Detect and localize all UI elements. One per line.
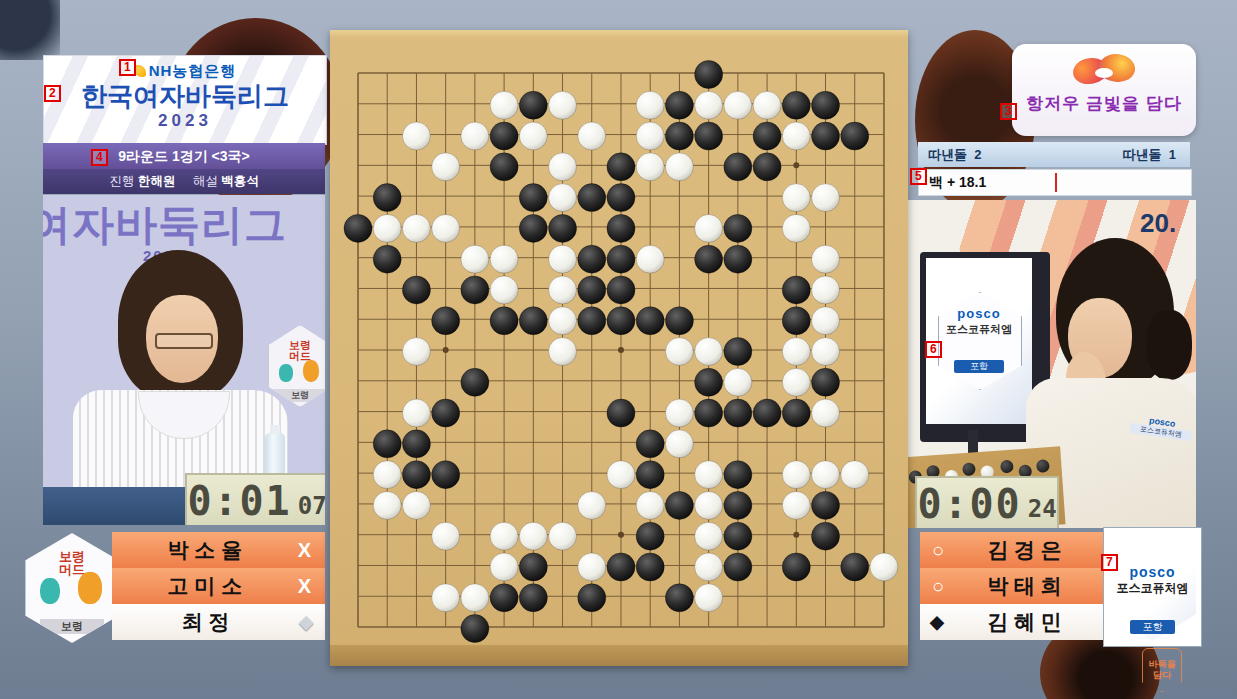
table-black-stone — [1000, 460, 1014, 474]
roster-row: ○ 김 경 은 — [920, 532, 1105, 568]
black-stone — [490, 584, 518, 612]
white-stone — [519, 122, 547, 150]
black-stone — [695, 368, 723, 396]
black-stone — [578, 307, 606, 335]
white-stone — [549, 522, 577, 550]
staff-info: 진행 한해원 해설 백홍석 — [43, 169, 325, 194]
captures-white: 따낸돌 2 — [928, 146, 981, 164]
annotation-marker-6: 6 — [925, 341, 942, 358]
roster-row: 최 정 ◆ — [112, 604, 325, 640]
black-stone — [753, 122, 781, 150]
white-stone — [549, 338, 577, 366]
black-stone — [519, 184, 547, 212]
clock-right-time: 0:00 — [917, 481, 1021, 527]
black-stone — [402, 430, 430, 458]
black-stone — [461, 368, 489, 396]
player-video-left: 여자바둑리그 2023 보령머드 보령 0:01 07 — [43, 195, 325, 525]
game-clock-left: 0:01 07 — [185, 473, 325, 525]
loss-mark: X — [298, 575, 311, 598]
white-stone — [695, 553, 723, 581]
white-stone — [782, 338, 810, 366]
ad-slogan: 항저우 금빛을 담다 — [1012, 92, 1196, 115]
loss-mark: X — [298, 539, 311, 562]
annotation-marker-5: 5 — [910, 168, 927, 185]
black-stone — [665, 307, 693, 335]
roster-row: ○ 박 태 희 — [920, 568, 1105, 604]
black-stone — [782, 399, 810, 427]
white-stone — [373, 491, 401, 519]
win-mark: ○ — [932, 575, 944, 598]
player-video-right: 20. posco 포스코퓨처엠 포항 posco 포스코퓨처엠 0:00 24 — [908, 200, 1196, 528]
boryeong-mud-logo: 보령머드 보령 — [268, 325, 325, 407]
posco-brand: posco — [926, 306, 1032, 321]
score-estimate: 백 + 18.1 — [929, 174, 986, 190]
white-stone — [724, 91, 752, 119]
player-name: 김 경 은 — [944, 536, 1105, 564]
player-name: 박 태 희 — [944, 572, 1105, 600]
black-stone — [724, 399, 752, 427]
black-stone — [549, 214, 577, 242]
white-stone — [812, 184, 840, 212]
sponsor-name: NH농협은행 — [149, 62, 237, 79]
black-stone — [519, 553, 547, 581]
posco-name: 포스코퓨처엠 — [926, 322, 1032, 337]
black-stone — [607, 553, 635, 581]
clock-left-time: 0:01 — [187, 478, 291, 524]
black-stone — [519, 214, 547, 242]
player-name: 박 소 율 — [112, 536, 298, 564]
black-stone — [402, 276, 430, 304]
black-stone — [607, 399, 635, 427]
black-stone — [724, 245, 752, 273]
white-stone — [578, 553, 606, 581]
black-stone — [490, 153, 518, 181]
black-stone — [782, 276, 810, 304]
white-stone — [490, 553, 518, 581]
commentator-name: 백홍석 — [221, 174, 259, 188]
captures-black: 따낸돌 1 — [1123, 146, 1176, 164]
white-stone — [812, 338, 840, 366]
white-stone — [432, 522, 460, 550]
black-stone — [665, 91, 693, 119]
black-stone — [636, 430, 664, 458]
white-stone — [782, 122, 810, 150]
annotation-marker-2: 2 — [44, 85, 61, 102]
white-stone — [432, 584, 460, 612]
white-stone — [636, 153, 664, 181]
white-stone — [665, 430, 693, 458]
black-stone — [841, 122, 869, 150]
black-stone — [812, 368, 840, 396]
white-stone — [578, 122, 606, 150]
black-stone — [519, 307, 547, 335]
black-stone — [782, 91, 810, 119]
game-clock-right: 0:00 24 — [915, 476, 1059, 528]
white-stone — [519, 522, 547, 550]
black-stone — [373, 430, 401, 458]
white-stone — [402, 122, 430, 150]
black-stone — [782, 553, 810, 581]
posco-city: 포항 — [1130, 620, 1175, 634]
black-stone — [812, 91, 840, 119]
studio-backdrop-year: 20. — [1140, 208, 1176, 239]
black-stone — [665, 122, 693, 150]
league-year: 2023 — [44, 111, 326, 131]
white-stone — [549, 307, 577, 335]
white-stone — [490, 245, 518, 273]
white-stone — [402, 491, 430, 519]
white-stone — [695, 584, 723, 612]
black-stone — [402, 461, 430, 489]
black-stone — [695, 245, 723, 273]
black-stone — [519, 584, 547, 612]
white-stone — [812, 307, 840, 335]
black-stone — [607, 307, 635, 335]
black-stone — [519, 91, 547, 119]
broadcast-frame: NH농협은행 한국여자바둑리그 2023 9라운드 1경기 <3국> 진행 한해… — [0, 0, 1237, 699]
white-stone — [549, 184, 577, 212]
player-name: 최 정 — [112, 608, 299, 636]
studio-backdrop-text: 여자바둑리그 — [43, 197, 325, 253]
white-stone — [812, 276, 840, 304]
white-stone — [549, 245, 577, 273]
white-stone — [695, 91, 723, 119]
black-stone — [578, 184, 606, 212]
roster-row: ◆ 김 혜 민 — [920, 604, 1105, 640]
white-stone — [549, 91, 577, 119]
board-front-edge — [330, 645, 908, 666]
team-badge-boryeong: 보령머드 보령 — [25, 533, 119, 643]
black-stone — [578, 584, 606, 612]
black-stone — [578, 276, 606, 304]
corner-shadow — [0, 0, 60, 60]
black-stone — [695, 399, 723, 427]
white-stone — [695, 491, 723, 519]
score-estimate-bar: 백 + 18.1 — [918, 169, 1192, 196]
black-stone — [607, 214, 635, 242]
league-title: 한국여자바둑리그 — [44, 81, 326, 111]
player-right-ponytail — [1146, 310, 1192, 380]
black-stone — [373, 245, 401, 273]
black-stone — [753, 153, 781, 181]
mascot-icon — [279, 364, 293, 382]
boryeong-label: 보령 — [40, 619, 104, 634]
white-stone — [461, 245, 489, 273]
white-stone — [461, 584, 489, 612]
white-stone — [665, 153, 693, 181]
clock-left-seconds: 07 — [298, 492, 325, 520]
white-stone — [782, 214, 810, 242]
white-stone — [549, 153, 577, 181]
posco-city: 포항 — [954, 360, 1004, 373]
hangzhou-gold-logo-icon — [1069, 52, 1139, 92]
posco-name: 포스코퓨처엠 — [1104, 580, 1201, 597]
mascot-icon — [303, 360, 319, 382]
playing-diamond-icon: ◆ — [930, 611, 944, 633]
black-stone — [724, 461, 752, 489]
white-stone — [812, 461, 840, 489]
black-stone — [432, 399, 460, 427]
white-stone — [402, 399, 430, 427]
team-badge-posco: posco 포스코퓨처엠 포항 — [1103, 527, 1202, 647]
black-stone — [636, 553, 664, 581]
white-stone — [461, 122, 489, 150]
black-stone — [665, 584, 693, 612]
player-name: 김 혜 민 — [944, 608, 1105, 636]
white-stone — [490, 522, 518, 550]
black-stone — [636, 461, 664, 489]
white-stone — [490, 276, 518, 304]
score-tick-indicator — [1055, 173, 1057, 192]
white-stone — [782, 184, 810, 212]
white-stone — [695, 214, 723, 242]
black-stone — [665, 491, 693, 519]
mascot-icon — [40, 578, 60, 604]
clock-right-seconds: 24 — [1028, 495, 1057, 523]
white-stone — [812, 245, 840, 273]
league-header-card: NH농협은행 한국여자바둑리그 2023 — [43, 55, 327, 145]
black-stone — [607, 245, 635, 273]
sponsor-line: NH농협은행 — [44, 62, 326, 81]
commentator-label: 해설 — [193, 174, 218, 188]
black-stone — [578, 245, 606, 273]
roster-row: 고 미 소 X — [112, 568, 325, 604]
white-stone — [782, 368, 810, 396]
black-stone — [636, 307, 664, 335]
table-black-stone — [962, 462, 976, 476]
black-stone — [607, 153, 635, 181]
annotation-marker-7: 7 — [1101, 554, 1118, 571]
captured-stones-bar: 따낸돌 2 따낸돌 1 — [918, 142, 1190, 167]
white-stone — [870, 553, 898, 581]
host-label: 진행 — [109, 174, 134, 188]
black-stone — [461, 276, 489, 304]
black-stone — [344, 214, 372, 242]
black-stone — [724, 153, 752, 181]
black-stone — [636, 522, 664, 550]
black-stone — [724, 214, 752, 242]
posco-brand: posco — [1104, 564, 1201, 580]
white-stone — [636, 491, 664, 519]
black-stone — [812, 122, 840, 150]
black-stone — [724, 553, 752, 581]
roster-row: 박 소 율 X — [112, 532, 325, 568]
annotation-marker-3: 3 — [1000, 103, 1017, 120]
go-grid-and-stones — [330, 30, 908, 645]
mascot-icon — [78, 572, 102, 604]
white-stone — [636, 91, 664, 119]
black-stone — [432, 307, 460, 335]
black-stone — [724, 491, 752, 519]
white-stone — [782, 461, 810, 489]
white-stone — [695, 338, 723, 366]
black-stone — [607, 184, 635, 212]
white-stone — [782, 491, 810, 519]
black-stone — [812, 522, 840, 550]
black-stone — [812, 491, 840, 519]
white-stone — [432, 214, 460, 242]
annotation-marker-1: 1 — [119, 59, 136, 76]
white-stone — [695, 522, 723, 550]
white-stone — [841, 461, 869, 489]
black-stone — [782, 307, 810, 335]
black-stone — [373, 184, 401, 212]
table-black-stone — [1036, 459, 1050, 473]
white-stone — [432, 153, 460, 181]
white-stone — [636, 122, 664, 150]
black-stone — [490, 307, 518, 335]
white-stone — [549, 276, 577, 304]
white-stone — [373, 214, 401, 242]
white-stone — [402, 214, 430, 242]
white-stone — [724, 368, 752, 396]
white-stone — [753, 91, 781, 119]
white-stone — [665, 338, 693, 366]
black-stone — [695, 61, 723, 89]
player-left-glasses — [155, 333, 213, 349]
black-stone — [695, 122, 723, 150]
host-name: 한해원 — [138, 174, 176, 188]
annotation-marker-4: 4 — [91, 149, 108, 166]
white-stone — [578, 491, 606, 519]
player-name: 고 미 소 — [112, 572, 298, 600]
black-stone — [724, 522, 752, 550]
black-stone — [490, 122, 518, 150]
win-mark: ○ — [932, 539, 944, 562]
white-stone — [607, 461, 635, 489]
go-board[interactable] — [330, 30, 908, 666]
black-stone — [753, 399, 781, 427]
white-stone — [490, 91, 518, 119]
sponsor-ad-banner: 항저우 금빛을 담다 — [1012, 44, 1196, 136]
white-stone — [402, 338, 430, 366]
white-stone — [812, 399, 840, 427]
black-stone — [841, 553, 869, 581]
white-stone — [636, 245, 664, 273]
white-stone — [665, 399, 693, 427]
playing-diamond-icon: ◆ — [299, 611, 313, 633]
black-stone — [461, 615, 489, 643]
round-info: 9라운드 1경기 <3국> — [43, 143, 325, 169]
black-stone — [432, 461, 460, 489]
black-stone — [607, 276, 635, 304]
white-stone — [373, 461, 401, 489]
black-stone — [724, 338, 752, 366]
white-stone — [695, 461, 723, 489]
